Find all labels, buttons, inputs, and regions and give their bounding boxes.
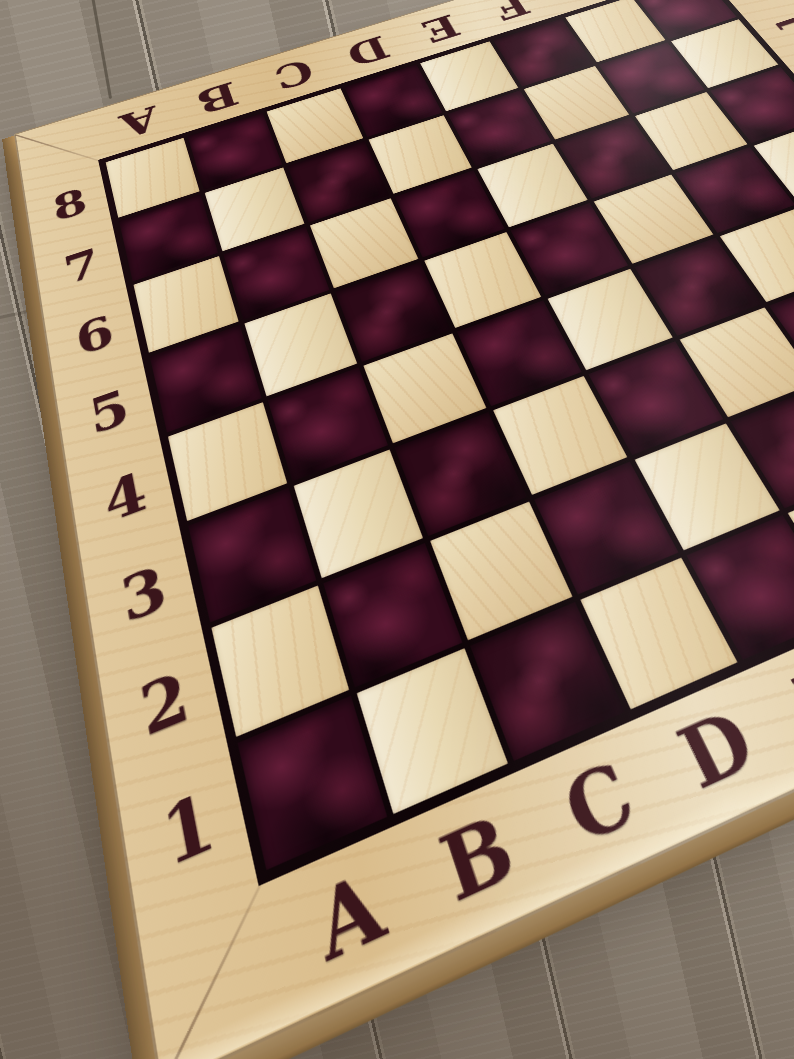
frame-mitre-seam xyxy=(15,135,102,163)
rank-label-right-8: 8 xyxy=(728,0,780,4)
file-label-top-c: C xyxy=(269,52,319,97)
rank-label-left-4: 4 xyxy=(100,460,152,535)
rank-label-right-7: 7 xyxy=(767,11,794,51)
file-label-top-a: A xyxy=(116,99,163,147)
photo-scene: AABBCCDDEEFFGGHH8877665544332211 xyxy=(0,0,794,1059)
rank-label-left-1: 1 xyxy=(156,775,222,885)
rank-label-left-8: 8 xyxy=(50,180,91,230)
rank-label-left-7: 7 xyxy=(60,239,103,293)
file-label-top-f: F xyxy=(487,0,537,27)
rank-label-left-5: 5 xyxy=(85,378,134,445)
floor-plank-joint xyxy=(91,0,112,99)
rank-label-left-2: 2 xyxy=(135,656,196,752)
file-label-top-b: B xyxy=(192,75,243,122)
file-label-top-d: D xyxy=(341,29,396,74)
rank-label-left-3: 3 xyxy=(116,552,172,637)
file-label-top-e: E xyxy=(416,8,467,50)
file-label-bottom-e: E xyxy=(780,645,794,753)
rank-label-left-6: 6 xyxy=(72,305,118,365)
